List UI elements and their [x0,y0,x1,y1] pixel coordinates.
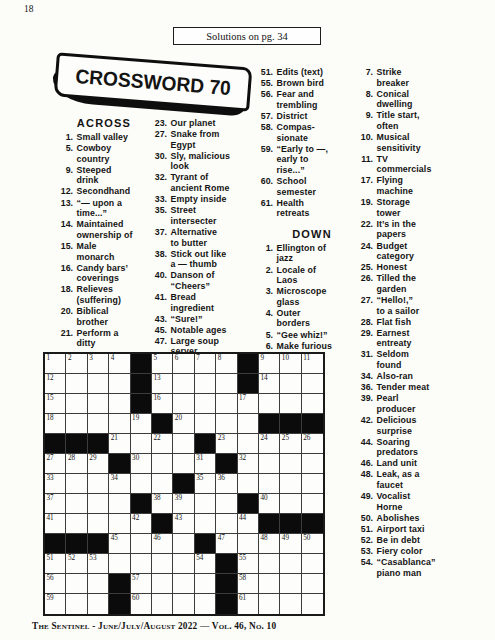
grid-cell-r3c10[interactable]: 17 [238,394,259,414]
block-cell-r10c3 [88,534,109,554]
clue-number: 27. [150,129,167,150]
footer-text: The Sentinel - June/July/August 2022 — V… [32,621,276,631]
clue-text: Leak, as a faucet [377,469,420,490]
clue-text: “Hello!,” to a sailor [377,295,420,316]
clue-item-10: 10.Musical sensitivity [356,132,482,153]
block-cell-r4c13 [302,414,323,434]
grid-cell-r11c12[interactable] [280,554,301,574]
grid-cell-r10c13[interactable]: 50 [302,534,323,554]
grid-cell-r7c4[interactable]: 34 [109,474,130,494]
grid-cell-r8c8[interactable] [195,494,216,514]
clue-item-12: 12.Secondhand [56,186,152,197]
block-cell-r4c12 [280,414,301,434]
grid-cell-r11c6[interactable] [152,554,173,574]
grid-cell-r12c10[interactable]: 58 [238,574,259,594]
grid-cell-r10c11[interactable]: 48 [259,534,280,554]
clue-text: Secondhand [77,186,131,197]
clue-text: Tender meat [377,382,430,393]
block-cell-r9c6 [152,514,173,534]
cell-number: 57 [132,575,139,583]
clue-number: 26. [356,273,373,294]
grid-cell-r6c11[interactable] [259,454,280,474]
grid-cell-r3c8[interactable] [195,394,216,414]
grid-cell-r13c8[interactable] [195,594,216,614]
grid-cell-r6c12[interactable] [280,454,301,474]
cell-number: 39 [175,495,182,503]
across-header: ACROSS [56,117,152,129]
grid-cell-r5c6[interactable]: 22 [152,434,173,454]
clue-number: 51. [356,524,373,535]
clue-text: “— upon a time...” [77,198,122,219]
grid-cell-r9c3[interactable] [88,514,109,534]
grid-cell-r6c5[interactable]: 30 [131,454,152,474]
clue-number: 12. [56,186,73,197]
clue-text: Airport taxi [377,524,425,535]
cell-number: 36 [218,475,225,483]
grid-cell-r10c6[interactable]: 46 [152,534,173,554]
cell-number: 28 [68,455,75,463]
grid-cell-r9c5[interactable]: 42 [131,514,152,534]
grid-cell-r3c12[interactable] [280,394,301,414]
cell-number: 12 [47,375,54,383]
grid-cell-r8c13[interactable] [302,494,323,514]
grid-cell-r10c10[interactable] [238,534,259,554]
grid-cell-r3c3[interactable] [88,394,109,414]
grid-cell-r8c11[interactable]: 40 [259,494,280,514]
clue-number: 31. [356,349,373,370]
clue-item-34: 34.Also-ran [356,371,482,382]
clue-item-38: 38.Stick out like a — thumb [150,249,252,270]
cell-number: 54 [196,555,203,563]
clue-text: Compas- sionate [277,122,315,143]
grid-cell-r2c13[interactable] [302,374,323,394]
grid-cell-r13c11[interactable] [259,594,280,614]
clue-number: 1. [256,243,273,264]
clue-text: Abolishes [377,513,420,524]
cell-number: 18 [47,415,54,423]
clue-item-48: 48.Leak, as a faucet [356,469,482,490]
grid-cell-r2c6[interactable]: 13 [152,374,173,394]
grid-cell-r7c11[interactable] [259,474,280,494]
grid-cell-r12c12[interactable] [280,574,301,594]
grid-cell-r13c12[interactable] [280,594,301,614]
grid-cell-r3c1[interactable]: 15 [45,394,66,414]
clue-number: 5. [56,143,73,164]
grid-cell-r5c13[interactable]: 26 [302,434,323,454]
grid-cell-r3c9[interactable] [216,394,237,414]
grid-cell-r4c10[interactable] [238,414,259,434]
grid-cell-r6c2[interactable]: 28 [66,454,87,474]
grid-cell-r5c7[interactable] [173,434,194,454]
down-clue-list-2: 7.Strike breaker8.Conical dwelling9.Titl… [356,67,482,578]
clue-number: 30. [150,151,167,172]
clue-item-21: 21.Perform a ditty [56,328,152,349]
grid-cell-r13c5[interactable]: 60 [131,594,152,614]
across-clue-list-2: 23.Our planet27.Snake from Egypt30.Sly, … [150,118,252,357]
clue-number: 14. [56,219,73,240]
clue-number: 21. [56,328,73,349]
cell-number: 33 [47,475,54,483]
clue-item-14: 14.Maintained ownership of [56,219,152,240]
grid-cell-r7c6[interactable] [152,474,173,494]
clue-number: 60. [256,176,273,197]
grid-cell-r7c2[interactable] [66,474,87,494]
grid-cell-r4c2[interactable] [66,414,87,434]
grid-cell-r7c10[interactable] [238,474,259,494]
clue-text: Land unit [377,458,417,469]
clue-text: Notable ages [171,325,227,336]
grid-cell-r11c1[interactable]: 51 [45,554,66,574]
block-cell-r5c3 [88,434,109,454]
block-cell-r11c9 [216,554,237,574]
grid-cell-r5c11[interactable]: 24 [259,434,280,454]
cell-number: 56 [47,575,54,583]
clue-text: Microscope glass [277,286,327,307]
grid-cell-r2c3[interactable] [88,374,109,394]
cell-number: 59 [47,595,54,603]
grid-cell-r11c2[interactable]: 52 [66,554,87,574]
clue-number: 25. [356,262,373,273]
grid-cell-r5c12[interactable]: 25 [280,434,301,454]
cell-number: 19 [132,415,139,423]
clue-number: 20. [56,306,73,327]
block-cell-r5c1 [45,434,66,454]
clue-item-58: 58.Compas- sionate [256,122,354,143]
grid-cell-r4c3[interactable] [88,414,109,434]
clue-item-11: 11.TV commercials [356,154,482,175]
clue-column-across-2: 23.Our planet27.Snake from Egypt30.Sly, … [150,118,252,358]
grid-cell-r11c10[interactable]: 55 [238,554,259,574]
clue-text: Empty inside [171,194,227,205]
grid-cell-r1c13[interactable]: 11 [302,354,323,374]
grid-cell-r5c9[interactable]: 23 [216,434,237,454]
cell-number: 35 [196,475,203,483]
grid-cell-r3c6[interactable]: 16 [152,394,173,414]
grid-cell-r3c4[interactable] [109,394,130,414]
cell-number: 22 [153,435,160,443]
grid-cell-r6c7[interactable] [173,454,194,474]
clue-text: Our planet [171,118,216,129]
grid-cell-r12c2[interactable] [66,574,87,594]
grid-cell-r8c1[interactable]: 37 [45,494,66,514]
clue-text: Brown bird [277,78,324,89]
clue-number: 9. [356,110,373,131]
clue-item-1: 1.Small valley [56,132,152,143]
grid-cell-r2c8[interactable] [195,374,216,394]
grid-cell-r9c4[interactable] [109,514,130,534]
clue-column-across-1: ACROSS 1.Small valley5.Cowboy country9.S… [56,117,152,349]
grid-cell-r8c6[interactable]: 38 [152,494,173,514]
grid-cell-r8c4[interactable] [109,494,130,514]
clue-item-56: 56.Fear and trembling [256,89,354,110]
grid-cell-r1c4[interactable]: 4 [109,354,130,374]
clue-number: 7. [356,67,373,88]
grid-cell-r11c7[interactable] [173,554,194,574]
cell-number: 27 [47,455,54,463]
clue-number: 42. [356,415,373,436]
clue-text: Biblical brother [77,306,109,327]
grid-cell-r10c12[interactable]: 49 [280,534,301,554]
clue-item-26: 26.Tilled the garden [356,273,482,294]
grid-cell-r3c7[interactable] [173,394,194,414]
grid-cell-r7c13[interactable] [302,474,323,494]
clue-number: 24. [356,241,373,262]
grid-cell-r12c1[interactable]: 56 [45,574,66,594]
grid-cell-r12c3[interactable] [88,574,109,594]
grid-cell-r10c7[interactable] [173,534,194,554]
block-cell-r13c4 [109,594,130,614]
clue-item-2: 2.Locale of Laos [256,265,354,286]
cell-number: 6 [175,355,179,363]
clue-number: 55. [256,78,273,89]
clue-item-9: 9.Steeped drink [56,165,152,186]
grid-cell-r3c11[interactable] [259,394,280,414]
block-cell-r10c8 [195,534,216,554]
grid-cell-r6c3[interactable]: 29 [88,454,109,474]
cell-number: 53 [89,555,96,563]
clue-text: Be in debt [377,535,421,546]
clue-text: Steeped drink [77,165,112,186]
grid-cell-r11c5[interactable] [131,554,152,574]
clue-number: 50. [356,513,373,524]
cell-number: 29 [89,455,96,463]
cell-number: 16 [153,395,160,403]
clue-text: Danson of “Cheers” [171,270,215,291]
cell-number: 58 [239,575,246,583]
block-cell-r7c7 [173,474,194,494]
grid-cell-r12c13[interactable] [302,574,323,594]
clue-item-27: 27.“Hello!,” to a sailor [356,295,482,316]
clue-number: 6. [256,341,273,352]
grid-cell-r11c4[interactable] [109,554,130,574]
grid-cell-r1c12[interactable]: 10 [280,354,301,374]
clue-number: 49. [356,491,373,512]
cell-number: 1 [47,355,51,363]
clue-item-9: 9.Title start, often [356,110,482,131]
cell-number: 61 [239,595,246,603]
clue-item-20: 20.Biblical brother [56,306,152,327]
clue-item-33: 33.Empty inside [150,194,252,205]
clue-item-44: 44.Soaring predators [356,437,482,458]
clue-text: Sly, malicious look [171,151,230,172]
grid-cell-r12c11[interactable] [259,574,280,594]
grid-cell-r4c8[interactable] [195,414,216,434]
across-clue-list-3: 51.Edits (text)55.Brown bird56.Fear and … [256,67,354,219]
cell-number: 47 [218,535,225,543]
grid-cell-r9c2[interactable] [66,514,87,534]
cell-number: 9 [260,355,264,363]
solutions-note-box: Solutions on pg. 34 [173,27,321,45]
grid-cell-r8c3[interactable] [88,494,109,514]
clue-text: Ellington of jazz [277,243,327,264]
clue-text: Candy bars’ coverings [77,263,128,284]
clue-number: 36. [356,382,373,393]
grid-cell-r3c2[interactable] [66,394,87,414]
clue-text: Flat fish [377,317,412,328]
grid-cell-r6c13[interactable] [302,454,323,474]
grid-cell-r5c10[interactable] [238,434,259,454]
cell-number: 37 [47,495,54,503]
clue-text: Bread ingredient [171,292,215,313]
clue-item-43: 43.“Sure!” [150,314,252,325]
grid-cell-r9c10[interactable]: 44 [238,514,259,534]
grid-cell-r11c11[interactable] [259,554,280,574]
grid-cell-r10c4[interactable]: 45 [109,534,130,554]
grid-cell-r13c1[interactable]: 59 [45,594,66,614]
clue-item-28: 28.Flat fish [356,317,482,328]
grid-cell-r7c3[interactable] [88,474,109,494]
cell-number: 34 [111,475,118,483]
grid-cell-r4c4[interactable] [109,414,130,434]
grid-cell-r1c1[interactable]: 1 [45,354,66,374]
grid-cell-r9c8[interactable] [195,514,216,534]
cell-number: 17 [239,395,246,403]
clue-item-42: 42.Delicious surprise [356,415,482,436]
clue-number: 46. [356,458,373,469]
grid-cell-r4c9[interactable] [216,414,237,434]
clue-text: Honest [377,262,407,273]
grid-cell-r13c10[interactable]: 61 [238,594,259,614]
grid-cell-r12c8[interactable] [195,574,216,594]
grid-cell-r2c2[interactable] [66,374,87,394]
clue-text: Tyrant of ancient Rome [171,172,230,193]
grid-cell-r9c1[interactable]: 41 [45,514,66,534]
clue-number: 5. [256,330,273,341]
cell-number: 31 [196,455,203,463]
clue-text: Musical sensitivity [377,132,421,153]
grid-cell-r7c8[interactable]: 35 [195,474,216,494]
grid-cell-r5c5[interactable] [131,434,152,454]
grid-cell-r8c2[interactable] [66,494,87,514]
grid-cell-r8c12[interactable] [280,494,301,514]
grid-cell-r7c12[interactable] [280,474,301,494]
grid-cell-r7c5[interactable] [131,474,152,494]
clue-number: 3. [256,286,273,307]
clue-number: 8. [356,89,373,110]
grid-cell-r13c6[interactable] [152,594,173,614]
cell-number: 15 [47,395,54,403]
grid-cell-r13c2[interactable] [66,594,87,614]
cell-number: 51 [47,555,54,563]
grid-cell-r11c8[interactable]: 54 [195,554,216,574]
grid-cell-r12c6[interactable] [152,574,173,594]
block-cell-r13c9 [216,594,237,614]
grid-cell-r1c11[interactable]: 9 [259,354,280,374]
clue-item-46: 46.Land unit [356,458,482,469]
grid-cell-r1c8[interactable]: 7 [195,354,216,374]
grid-cell-r11c3[interactable]: 53 [88,554,109,574]
clue-text: Snake from Egypt [171,129,220,150]
cell-number: 26 [303,435,310,443]
clue-text: Small valley [77,132,129,143]
grid-cell-r2c7[interactable] [173,374,194,394]
grid-cell-r10c9[interactable]: 47 [216,534,237,554]
cell-number: 30 [132,455,139,463]
clue-text: Tilled the garden [377,273,416,294]
grid-cell-r3c13[interactable] [302,394,323,414]
cell-number: 43 [175,515,182,523]
grid-cell-r4c1[interactable]: 18 [45,414,66,434]
grid-cell-r6c1[interactable]: 27 [45,454,66,474]
clue-item-4: 4.Outer borders [256,308,354,329]
block-cell-r1c5 [131,354,152,374]
clue-item-36: 36.Tender meat [356,382,482,393]
grid-cell-r1c6[interactable]: 5 [152,354,173,374]
clue-text: Fear and trembling [277,89,318,110]
block-cell-r12c4 [109,574,130,594]
grid-cell-r12c7[interactable] [173,574,194,594]
grid-cell-r2c11[interactable]: 14 [259,374,280,394]
grid-cell-r12c5[interactable]: 57 [131,574,152,594]
grid-cell-r9c9[interactable] [216,514,237,534]
clue-item-7: 7.Strike breaker [356,67,482,88]
clue-text: Conical dwelling [377,89,413,110]
clue-item-30: 30.Sly, malicious look [150,151,252,172]
clue-number: 17. [356,175,373,196]
grid-cell-r10c5[interactable] [131,534,152,554]
clue-column-down-4: 7.Strike breaker8.Conical dwelling9.Titl… [356,67,482,579]
grid-cell-r2c9[interactable] [216,374,237,394]
grid-cell-r13c7[interactable] [173,594,194,614]
grid-cell-r1c7[interactable]: 6 [173,354,194,374]
block-cell-r9c12 [280,514,301,534]
grid-cell-r2c1[interactable]: 12 [45,374,66,394]
cell-number: 25 [282,435,289,443]
grid-cell-r8c7[interactable]: 39 [173,494,194,514]
clue-text: “Early to —, early to rise...” [277,144,329,176]
grid-cell-r2c4[interactable] [109,374,130,394]
down-clue-list-1: 1.Ellington of jazz2.Locale of Laos3.Mic… [256,243,354,351]
clue-item-54: 54.“Casablanca” piano man [356,557,482,578]
grid-cell-r9c7[interactable]: 43 [173,514,194,534]
clue-number: 28. [356,317,373,328]
cell-number: 7 [196,355,200,363]
grid-cell-r4c5[interactable]: 19 [131,414,152,434]
block-cell-r12c9 [216,574,237,594]
clue-number: 34. [356,371,373,382]
cell-number: 49 [282,535,289,543]
clue-text: “Gee whiz!” [277,330,328,341]
cell-number: 60 [132,595,139,603]
grid-cell-r5c4[interactable]: 21 [109,434,130,454]
grid-cell-r1c2[interactable]: 2 [66,354,87,374]
grid-cell-r11c13[interactable] [302,554,323,574]
grid-cell-r6c8[interactable]: 31 [195,454,216,474]
cell-number: 40 [260,495,267,503]
grid-cell-r13c13[interactable] [302,594,323,614]
grid-cell-r1c9[interactable]: 8 [216,354,237,374]
solutions-note-text: Solutions on pg. 34 [206,31,288,42]
grid-cell-r13c3[interactable] [88,594,109,614]
grid-cell-r2c12[interactable] [280,374,301,394]
grid-cell-r7c9[interactable]: 36 [216,474,237,494]
grid-cell-r6c6[interactable] [152,454,173,474]
clue-text: Street intersecter [171,205,217,226]
grid-cell-r4c7[interactable]: 20 [173,414,194,434]
clue-text: Stick out like a — thumb [171,249,227,270]
grid-cell-r7c1[interactable]: 33 [45,474,66,494]
cell-number: 50 [303,535,310,543]
clue-item-19: 19.Storage tower [356,197,482,218]
clue-number: 51. [256,67,273,78]
clue-item-5: 5.Cowboy country [56,143,152,164]
grid-cell-r8c9[interactable] [216,494,237,514]
grid-cell-r6c10[interactable]: 32 [238,454,259,474]
clue-text: Storage tower [377,197,410,218]
block-cell-r9c11 [259,514,280,534]
grid-cell-r1c3[interactable]: 3 [88,354,109,374]
block-cell-r2c10 [238,374,259,394]
